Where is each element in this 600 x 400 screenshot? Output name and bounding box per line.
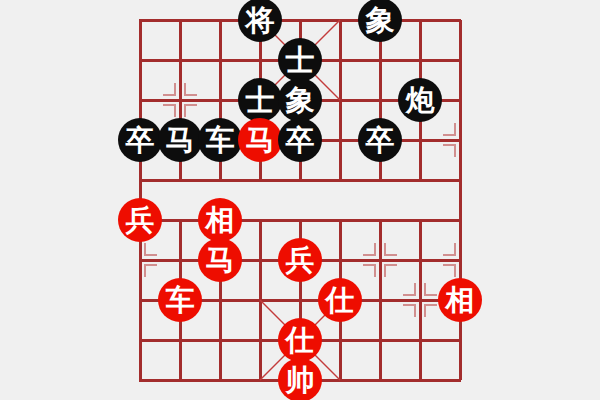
piece-black-elephant[interactable]: 象 [358,0,402,42]
piece-red-soldier[interactable]: 兵 [118,198,162,242]
piece-black-soldier[interactable]: 卒 [358,118,402,162]
piece-red-advisor[interactable]: 仕 [318,278,362,322]
pieces-layer: 将象士士象炮卒马车马卒卒兵相马兵车仕相仕帅 [0,0,600,400]
piece-black-elephant[interactable]: 象 [278,78,322,122]
piece-black-chariot[interactable]: 车 [198,118,242,162]
piece-red-advisor[interactable]: 仕 [278,318,322,362]
piece-red-elephant[interactable]: 相 [438,278,482,322]
piece-red-soldier[interactable]: 兵 [278,238,322,282]
piece-black-general[interactable]: 将 [238,0,282,42]
piece-red-horse[interactable]: 马 [198,238,242,282]
piece-black-advisor[interactable]: 士 [238,78,282,122]
xiangqi-app: 将象士士象炮卒马车马卒卒兵相马兵车仕相仕帅 [0,0,600,400]
piece-black-soldier[interactable]: 卒 [278,118,322,162]
piece-red-general[interactable]: 帅 [278,358,322,400]
piece-black-soldier[interactable]: 卒 [118,118,162,162]
piece-black-horse[interactable]: 马 [158,118,202,162]
piece-black-cannon[interactable]: 炮 [398,78,442,122]
piece-red-elephant[interactable]: 相 [198,198,242,242]
piece-black-advisor[interactable]: 士 [278,38,322,82]
piece-red-horse[interactable]: 马 [238,118,282,162]
piece-red-chariot[interactable]: 车 [158,278,202,322]
